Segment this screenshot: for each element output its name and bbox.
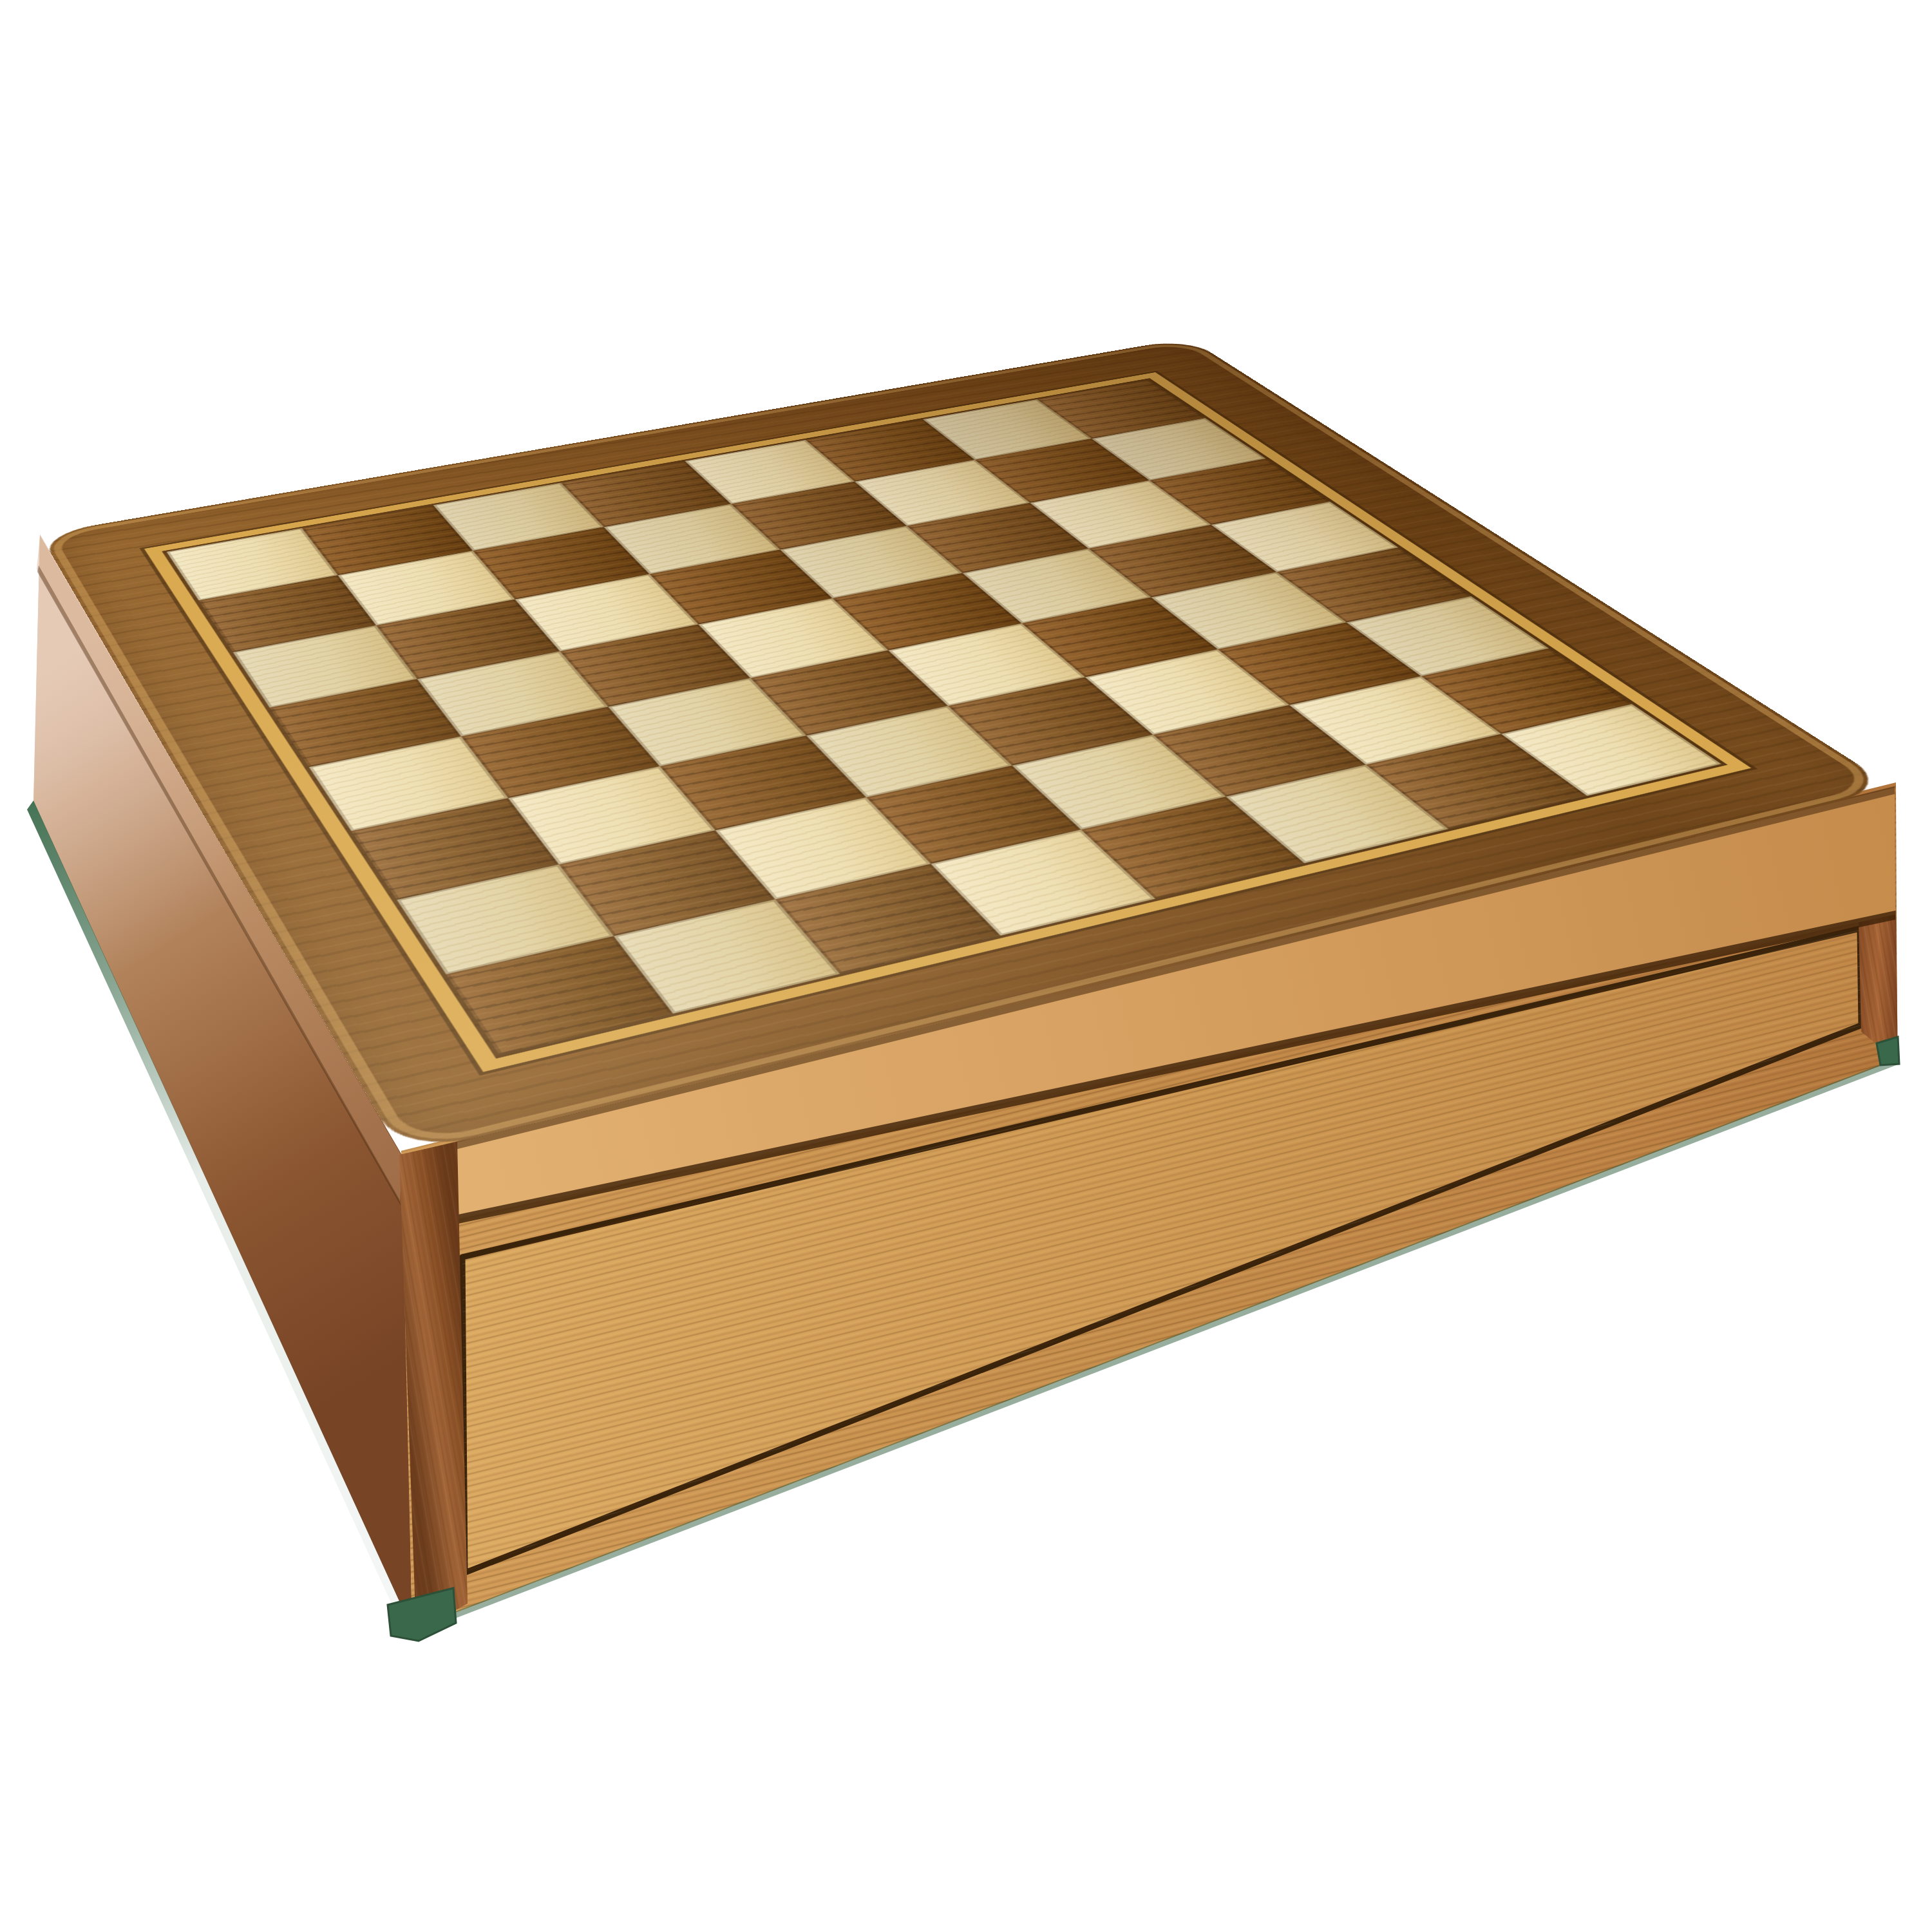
product-photo [0,0,1932,1932]
